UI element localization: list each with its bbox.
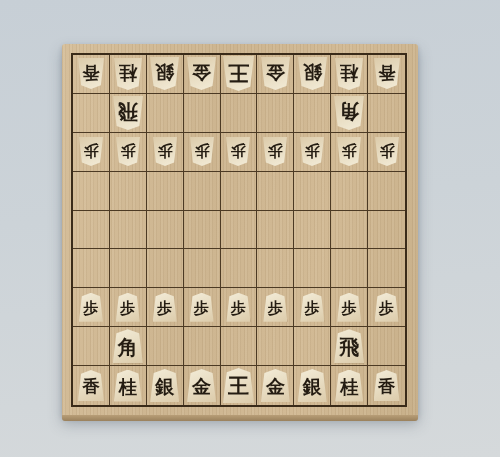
square-62[interactable] [184,94,221,133]
piece-kanji: 王 [228,376,249,397]
piece-kanji: 銀 [303,377,322,396]
square-53[interactable]: 歩 [221,133,258,172]
piece-king-gote[interactable]: 王 [223,56,254,91]
square-82[interactable]: 飛 [110,94,147,133]
square-89[interactable]: 桂 [110,366,147,405]
square-78[interactable] [147,327,184,366]
piece-lance-gote[interactable]: 香 [78,58,104,89]
square-24[interactable] [331,172,368,211]
piece-kanji: 金 [266,63,285,82]
square-47[interactable]: 歩 [257,288,294,327]
piece-knight-gote[interactable]: 桂 [114,58,142,90]
square-36[interactable] [294,249,331,288]
square-11[interactable]: 香 [368,55,405,94]
square-29[interactable]: 桂 [331,366,368,405]
piece-kanji: 歩 [83,301,98,316]
square-25[interactable] [331,211,368,250]
square-49[interactable]: 金 [257,366,294,405]
square-61[interactable]: 金 [184,55,221,94]
square-26[interactable] [331,249,368,288]
square-86[interactable] [110,249,147,288]
square-65[interactable] [184,211,221,250]
square-15[interactable] [368,211,405,250]
square-99[interactable]: 香 [73,366,110,405]
square-52[interactable] [221,94,258,133]
square-38[interactable] [294,327,331,366]
square-72[interactable] [147,94,184,133]
piece-pawn-gote[interactable]: 歩 [263,137,287,166]
piece-knight-sente[interactable]: 桂 [335,370,363,402]
square-17[interactable]: 歩 [368,288,405,327]
piece-silver-gote[interactable]: 銀 [298,57,327,90]
piece-pawn-gote[interactable]: 歩 [300,137,324,166]
piece-pawn-sente[interactable]: 歩 [375,293,399,322]
square-46[interactable] [257,249,294,288]
square-59[interactable]: 王 [221,366,258,405]
square-58[interactable] [221,327,258,366]
square-67[interactable]: 歩 [184,288,221,327]
square-83[interactable]: 歩 [110,133,147,172]
piece-kanji: 歩 [231,143,246,158]
square-73[interactable]: 歩 [147,133,184,172]
square-88[interactable]: 角 [110,327,147,366]
piece-kanji: 歩 [231,301,246,316]
square-71[interactable]: 銀 [147,55,184,94]
piece-pawn-gote[interactable]: 歩 [375,137,399,166]
square-93[interactable]: 歩 [73,133,110,172]
square-42[interactable] [257,94,294,133]
piece-gold-gote[interactable]: 金 [187,57,216,90]
square-31[interactable]: 銀 [294,55,331,94]
piece-knight-sente[interactable]: 桂 [114,370,142,402]
piece-kanji: 歩 [194,143,209,158]
square-57[interactable]: 歩 [221,288,258,327]
square-45[interactable] [257,211,294,250]
piece-silver-gote[interactable]: 銀 [150,57,179,90]
square-63[interactable]: 歩 [184,133,221,172]
square-33[interactable]: 歩 [294,133,331,172]
piece-kanji: 歩 [157,301,172,316]
piece-kanji: 銀 [303,63,322,82]
piece-king-sente[interactable]: 王 [223,368,254,403]
piece-kanji: 香 [82,378,99,395]
piece-kanji: 歩 [342,143,357,158]
square-84[interactable] [110,172,147,211]
piece-kanji: 桂 [340,378,358,396]
shogi-board: 香桂銀金王金銀桂香飛角歩歩歩歩歩歩歩歩歩歩歩歩歩歩歩歩歩歩角飛香桂銀金王金銀桂香 [62,44,418,417]
square-77[interactable]: 歩 [147,288,184,327]
piece-pawn-sente[interactable]: 歩 [337,293,361,322]
square-95[interactable] [73,211,110,250]
piece-pawn-sente[interactable]: 歩 [153,293,177,322]
piece-kanji: 角 [118,337,138,357]
piece-kanji: 金 [192,63,211,82]
piece-pawn-sente[interactable]: 歩 [79,293,103,322]
piece-kanji: 歩 [268,143,283,158]
piece-gold-gote[interactable]: 金 [261,57,290,90]
square-69[interactable]: 金 [184,366,221,405]
square-74[interactable] [147,172,184,211]
piece-kanji: 歩 [120,143,135,158]
piece-pawn-gote[interactable]: 歩 [190,137,214,166]
piece-kanji: 歩 [305,301,320,316]
square-14[interactable] [368,172,405,211]
piece-kanji: 香 [378,378,395,395]
piece-lance-sente[interactable]: 香 [78,370,104,401]
square-55[interactable] [221,211,258,250]
piece-bishop-sente[interactable]: 角 [113,329,143,363]
square-68[interactable] [184,327,221,366]
square-39[interactable]: 銀 [294,366,331,405]
square-81[interactable]: 桂 [110,55,147,94]
piece-silver-sente[interactable]: 銀 [150,369,179,402]
square-28[interactable]: 飛 [331,327,368,366]
square-56[interactable] [221,249,258,288]
square-43[interactable]: 歩 [257,133,294,172]
piece-kanji: 歩 [305,143,320,158]
square-87[interactable]: 歩 [110,288,147,327]
piece-kanji: 飛 [339,337,359,357]
board-grid: 香桂銀金王金銀桂香飛角歩歩歩歩歩歩歩歩歩歩歩歩歩歩歩歩歩歩角飛香桂銀金王金銀桂香 [71,53,407,407]
square-94[interactable] [73,172,110,211]
square-19[interactable]: 香 [368,366,405,405]
piece-gold-sente[interactable]: 金 [187,369,216,402]
piece-kanji: 香 [82,64,99,81]
square-92[interactable] [73,94,110,133]
piece-pawn-gote[interactable]: 歩 [337,137,361,166]
piece-rook-gote[interactable]: 飛 [113,96,143,130]
square-75[interactable] [147,211,184,250]
piece-lance-sente[interactable]: 香 [374,370,400,401]
piece-kanji: 歩 [342,301,357,316]
piece-pawn-sente[interactable]: 歩 [226,293,250,322]
square-64[interactable] [184,172,221,211]
piece-kanji: 歩 [268,301,283,316]
square-44[interactable] [257,172,294,211]
square-91[interactable]: 香 [73,55,110,94]
square-54[interactable] [221,172,258,211]
piece-kanji: 桂 [340,64,358,82]
piece-kanji: 歩 [120,301,135,316]
square-41[interactable]: 金 [257,55,294,94]
square-16[interactable] [368,249,405,288]
piece-kanji: 香 [378,64,395,81]
square-79[interactable]: 銀 [147,366,184,405]
square-51[interactable]: 王 [221,55,258,94]
square-32[interactable] [294,94,331,133]
piece-kanji: 歩 [157,143,172,158]
piece-pawn-sente[interactable]: 歩 [116,293,140,322]
piece-kanji: 王 [228,62,249,83]
square-66[interactable] [184,249,221,288]
square-98[interactable] [73,327,110,366]
square-76[interactable] [147,249,184,288]
photo-background: 香桂銀金王金銀桂香飛角歩歩歩歩歩歩歩歩歩歩歩歩歩歩歩歩歩歩角飛香桂銀金王金銀桂香 [0,0,500,457]
piece-silver-sente[interactable]: 銀 [298,369,327,402]
square-96[interactable] [73,249,110,288]
piece-kanji: 歩 [379,143,394,158]
square-21[interactable]: 桂 [331,55,368,94]
square-34[interactable] [294,172,331,211]
piece-pawn-gote[interactable]: 歩 [153,137,177,166]
piece-kanji: 角 [339,102,359,122]
square-23[interactable]: 歩 [331,133,368,172]
square-85[interactable] [110,211,147,250]
square-27[interactable]: 歩 [331,288,368,327]
piece-lance-gote[interactable]: 香 [374,58,400,89]
piece-kanji: 銀 [155,377,174,396]
piece-bishop-gote[interactable]: 角 [334,96,364,130]
square-18[interactable] [368,327,405,366]
piece-kanji: 金 [266,377,285,396]
piece-kanji: 歩 [194,301,209,316]
piece-pawn-sente[interactable]: 歩 [300,293,324,322]
square-97[interactable]: 歩 [73,288,110,327]
square-12[interactable] [368,94,405,133]
piece-kanji: 歩 [379,301,394,316]
piece-pawn-gote[interactable]: 歩 [116,137,140,166]
square-48[interactable] [257,327,294,366]
piece-rook-sente[interactable]: 飛 [334,329,364,363]
piece-kanji: 桂 [119,64,137,82]
square-13[interactable]: 歩 [368,133,405,172]
piece-kanji: 桂 [119,378,137,396]
piece-pawn-sente[interactable]: 歩 [190,293,214,322]
square-35[interactable] [294,211,331,250]
piece-knight-gote[interactable]: 桂 [335,58,363,90]
piece-pawn-sente[interactable]: 歩 [263,293,287,322]
square-37[interactable]: 歩 [294,288,331,327]
piece-kanji: 歩 [83,143,98,158]
piece-pawn-gote[interactable]: 歩 [226,137,250,166]
piece-kanji: 銀 [155,63,174,82]
piece-gold-sente[interactable]: 金 [261,369,290,402]
square-22[interactable]: 角 [331,94,368,133]
piece-kanji: 金 [192,377,211,396]
piece-kanji: 飛 [118,102,138,122]
piece-pawn-gote[interactable]: 歩 [79,137,103,166]
